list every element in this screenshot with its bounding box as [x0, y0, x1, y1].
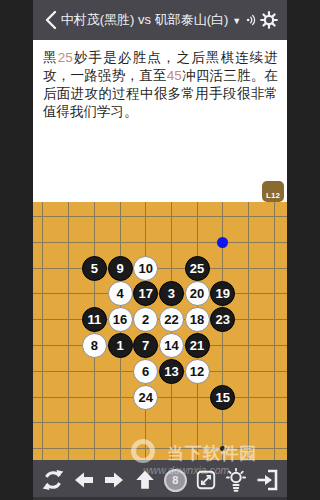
app-screen: 中村茂(黑胜) vs 矶部泰山(白) ▼ 黑25妙手是必胜点， — [33, 0, 287, 500]
grid-line — [33, 216, 287, 217]
level-tag[interactable]: L12 — [262, 181, 284, 202]
grid-line — [33, 448, 287, 449]
grid-line — [42, 202, 43, 460]
grid-line — [33, 268, 287, 269]
fit-board-icon[interactable] — [193, 467, 219, 493]
settings-gear-icon[interactable] — [259, 10, 279, 30]
stone-7: 7 — [133, 333, 158, 358]
grid-line — [33, 422, 287, 423]
stone-4: 4 — [108, 281, 133, 306]
stone-10: 10 — [133, 256, 158, 281]
stone-14: 14 — [159, 333, 184, 358]
up-arrow-icon[interactable] — [132, 467, 158, 493]
exit-icon[interactable] — [254, 467, 280, 493]
grid-line — [33, 397, 287, 398]
stone-2: 2 — [133, 307, 158, 332]
grid-line — [274, 202, 275, 460]
previous-move-icon[interactable] — [71, 467, 97, 493]
stone-16: 16 — [108, 307, 133, 332]
game-title-selector[interactable]: 中村茂(黑胜) vs 矶部泰山(白) ▼ — [57, 0, 263, 40]
move-number-ball-icon[interactable]: 8 — [162, 467, 188, 493]
stone-11: 11 — [82, 307, 107, 332]
stone-3: 3 — [159, 281, 184, 306]
chevron-down-icon: ▼ — [232, 16, 241, 26]
stone-8: 8 — [82, 333, 107, 358]
stone-9: 9 — [108, 256, 133, 281]
board[interactable]: 1234567891011121314151617181920212223242… — [33, 202, 287, 460]
stone-24: 24 — [133, 385, 158, 410]
next-move-icon[interactable] — [101, 467, 127, 493]
stone-17: 17 — [133, 281, 158, 306]
commentary-text: 黑25妙手是必胜点，之后黑棋连续进攻，一路强势，直至45冲四活三胜。在后面进攻的… — [43, 49, 278, 121]
move-25-highlight: 25 — [58, 50, 73, 65]
move-number-ball-label: 8 — [164, 469, 187, 492]
commentary-panel: 黑25妙手是必胜点，之后黑棋连续进攻，一路强势，直至45冲四活三胜。在后面进攻的… — [33, 40, 287, 202]
grid-line — [33, 242, 287, 243]
page-title: 中村茂(黑胜) vs 矶部泰山(白) — [61, 11, 229, 29]
stone-5: 5 — [82, 256, 107, 281]
move-45-highlight: 45 — [167, 68, 182, 83]
star-point — [220, 446, 225, 451]
blue-marker — [217, 237, 228, 248]
volume-icon[interactable] — [245, 13, 259, 27]
stone-18: 18 — [185, 307, 210, 332]
bottom-toolbar: 8 — [33, 460, 287, 500]
stone-21: 21 — [185, 333, 210, 358]
stone-12: 12 — [185, 359, 210, 384]
grid-line — [248, 202, 249, 460]
title-bar: 中村茂(黑胜) vs 矶部泰山(白) ▼ — [33, 0, 287, 40]
grid-line — [68, 202, 69, 460]
replay-icon[interactable] — [40, 467, 66, 493]
stone-15: 15 — [210, 385, 235, 410]
stone-19: 19 — [210, 281, 235, 306]
stone-6: 6 — [133, 359, 158, 384]
stone-13: 13 — [159, 359, 184, 384]
hint-bulb-icon[interactable] — [223, 467, 249, 493]
stone-22: 22 — [159, 307, 184, 332]
stone-20: 20 — [185, 281, 210, 306]
stone-1: 1 — [108, 333, 133, 358]
stone-25: 25 — [185, 256, 210, 281]
stone-23: 23 — [210, 307, 235, 332]
